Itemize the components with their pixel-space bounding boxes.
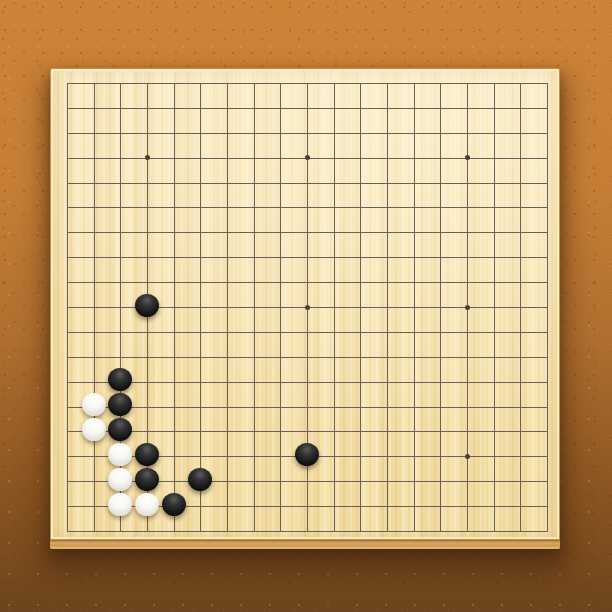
board-face (50, 68, 560, 540)
stone-grid (54, 71, 560, 540)
white-stone (82, 418, 106, 441)
black-stone (295, 443, 319, 466)
cork-background (0, 0, 612, 612)
go-board (50, 68, 560, 549)
black-stone (135, 294, 159, 317)
white-stone (135, 493, 159, 516)
black-stone (108, 368, 132, 391)
black-stone (162, 493, 186, 516)
black-stone (135, 443, 159, 466)
white-stone (108, 468, 132, 491)
board-front-edge (50, 540, 560, 549)
black-stone (135, 468, 159, 491)
white-stone (82, 393, 106, 416)
white-stone (108, 493, 132, 516)
black-stone (108, 393, 132, 416)
white-stone (108, 443, 132, 466)
black-stone (108, 418, 132, 441)
black-stone (188, 468, 212, 491)
